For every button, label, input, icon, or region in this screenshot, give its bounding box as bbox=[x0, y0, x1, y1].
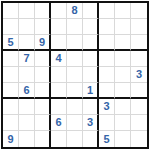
sudoku-given-r8c6[interactable]: 3 bbox=[83, 115, 99, 131]
sudoku-cell-r9c3[interactable] bbox=[35, 131, 51, 147]
sudoku-cell-r5c6[interactable] bbox=[83, 67, 99, 83]
sudoku-cell-r5c5[interactable] bbox=[67, 67, 83, 83]
sudoku-cell-r4c5[interactable] bbox=[67, 51, 83, 67]
sudoku-cell-r7c3[interactable] bbox=[35, 99, 51, 115]
sudoku-cell-r4c3[interactable] bbox=[35, 51, 51, 67]
sudoku-cell-r2c7[interactable] bbox=[99, 19, 115, 35]
sudoku-cell-r2c4[interactable] bbox=[51, 19, 67, 35]
sudoku-board: 8597436136395 bbox=[1, 1, 149, 149]
sudoku-cell-r6c8[interactable] bbox=[115, 83, 131, 99]
sudoku-cell-r7c1[interactable] bbox=[3, 99, 19, 115]
sudoku-cell-r1c7[interactable] bbox=[99, 3, 115, 19]
sudoku-given-r4c2[interactable]: 7 bbox=[19, 51, 35, 67]
sudoku-cell-r1c9[interactable] bbox=[131, 3, 147, 19]
sudoku-cell-r5c1[interactable] bbox=[3, 67, 19, 83]
sudoku-given-r1c5[interactable]: 8 bbox=[67, 3, 83, 19]
sudoku-cell-r8c1[interactable] bbox=[3, 115, 19, 131]
sudoku-cell-r3c6[interactable] bbox=[83, 35, 99, 51]
sudoku-cell-r8c7[interactable] bbox=[99, 115, 115, 131]
sudoku-cell-r2c1[interactable] bbox=[3, 19, 19, 35]
sudoku-given-r6c2[interactable]: 6 bbox=[19, 83, 35, 99]
sudoku-cell-r3c7[interactable] bbox=[99, 35, 115, 51]
sudoku-cell-r8c3[interactable] bbox=[35, 115, 51, 131]
sudoku-given-r5c9[interactable]: 3 bbox=[131, 67, 147, 83]
sudoku-cell-r7c2[interactable] bbox=[19, 99, 35, 115]
sudoku-given-r4c4[interactable]: 4 bbox=[51, 51, 67, 67]
sudoku-given-r6c6[interactable]: 1 bbox=[83, 83, 99, 99]
sudoku-cell-r8c5[interactable] bbox=[67, 115, 83, 131]
sudoku-cell-r2c3[interactable] bbox=[35, 19, 51, 35]
sudoku-cell-r3c8[interactable] bbox=[115, 35, 131, 51]
sudoku-cell-r5c8[interactable] bbox=[115, 67, 131, 83]
sudoku-given-r9c7[interactable]: 5 bbox=[99, 131, 115, 147]
sudoku-cell-r6c5[interactable] bbox=[67, 83, 83, 99]
sudoku-cell-r5c2[interactable] bbox=[19, 67, 35, 83]
sudoku-cell-r1c4[interactable] bbox=[51, 3, 67, 19]
sudoku-cell-r9c8[interactable] bbox=[115, 131, 131, 147]
sudoku-page: 8597436136395 bbox=[0, 0, 150, 150]
sudoku-given-r3c1[interactable]: 5 bbox=[3, 35, 19, 51]
sudoku-cell-r6c4[interactable] bbox=[51, 83, 67, 99]
sudoku-cell-r4c7[interactable] bbox=[99, 51, 115, 67]
sudoku-cell-r6c7[interactable] bbox=[99, 83, 115, 99]
sudoku-cell-r2c8[interactable] bbox=[115, 19, 131, 35]
sudoku-cell-r6c9[interactable] bbox=[131, 83, 147, 99]
sudoku-cell-r9c2[interactable] bbox=[19, 131, 35, 147]
sudoku-cell-r2c2[interactable] bbox=[19, 19, 35, 35]
sudoku-cell-r4c1[interactable] bbox=[3, 51, 19, 67]
sudoku-cell-r1c6[interactable] bbox=[83, 3, 99, 19]
sudoku-given-r3c3[interactable]: 9 bbox=[35, 35, 51, 51]
sudoku-cell-r1c2[interactable] bbox=[19, 3, 35, 19]
sudoku-cell-r7c4[interactable] bbox=[51, 99, 67, 115]
sudoku-cell-r5c3[interactable] bbox=[35, 67, 51, 83]
sudoku-cell-r5c4[interactable] bbox=[51, 67, 67, 83]
sudoku-cell-r4c8[interactable] bbox=[115, 51, 131, 67]
sudoku-given-r9c1[interactable]: 9 bbox=[3, 131, 19, 147]
sudoku-cell-r1c8[interactable] bbox=[115, 3, 131, 19]
sudoku-cell-r7c6[interactable] bbox=[83, 99, 99, 115]
sudoku-cell-r3c4[interactable] bbox=[51, 35, 67, 51]
sudoku-cell-r1c1[interactable] bbox=[3, 3, 19, 19]
sudoku-cell-r8c9[interactable] bbox=[131, 115, 147, 131]
sudoku-cell-r7c9[interactable] bbox=[131, 99, 147, 115]
sudoku-cell-r9c6[interactable] bbox=[83, 131, 99, 147]
sudoku-cell-r9c9[interactable] bbox=[131, 131, 147, 147]
sudoku-cell-r1c3[interactable] bbox=[35, 3, 51, 19]
sudoku-cell-r7c5[interactable] bbox=[67, 99, 83, 115]
sudoku-given-r7c7[interactable]: 3 bbox=[99, 99, 115, 115]
sudoku-cell-r6c3[interactable] bbox=[35, 83, 51, 99]
sudoku-cell-r8c2[interactable] bbox=[19, 115, 35, 131]
sudoku-cell-r4c9[interactable] bbox=[131, 51, 147, 67]
sudoku-cell-r6c1[interactable] bbox=[3, 83, 19, 99]
sudoku-cell-r9c5[interactable] bbox=[67, 131, 83, 147]
sudoku-cell-r7c8[interactable] bbox=[115, 99, 131, 115]
sudoku-cell-r3c5[interactable] bbox=[67, 35, 83, 51]
sudoku-cell-r3c9[interactable] bbox=[131, 35, 147, 51]
sudoku-cell-r8c8[interactable] bbox=[115, 115, 131, 131]
sudoku-cell-r2c6[interactable] bbox=[83, 19, 99, 35]
sudoku-given-r8c4[interactable]: 6 bbox=[51, 115, 67, 131]
sudoku-cell-r5c7[interactable] bbox=[99, 67, 115, 83]
sudoku-cell-r2c5[interactable] bbox=[67, 19, 83, 35]
sudoku-cell-r3c2[interactable] bbox=[19, 35, 35, 51]
sudoku-cell-r9c4[interactable] bbox=[51, 131, 67, 147]
sudoku-cell-r2c9[interactable] bbox=[131, 19, 147, 35]
sudoku-cell-r4c6[interactable] bbox=[83, 51, 99, 67]
